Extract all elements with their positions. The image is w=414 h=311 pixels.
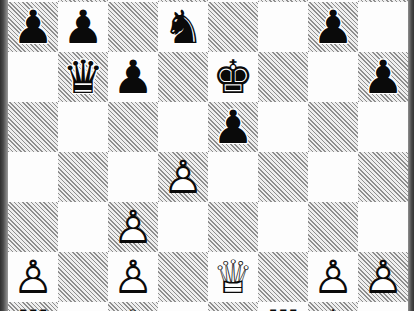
piece-white-pawn: ♟♙ [358,252,408,302]
square-e5: ♟ [208,102,258,152]
white-pawn-icon: ♙ [158,152,208,202]
square-b1 [58,302,108,311]
black-pawn-icon: ♟ [108,52,158,102]
black-pawn-icon: ♟ [308,2,358,52]
square-g4 [308,152,358,202]
square-a5 [8,102,58,152]
square-d6 [158,52,208,102]
square-h4 [358,152,408,202]
square-g1: ♚♔ [308,302,358,311]
piece-white-bishop: ♝♗ [108,302,158,311]
white-bishop-icon: ♗ [108,302,158,311]
piece-white-pawn: ♟♙ [308,252,358,302]
square-b5 [58,102,108,152]
square-e1 [208,302,258,311]
piece-white-queen: ♛♕ [208,252,258,302]
square-b4 [58,152,108,202]
square-b2 [58,252,108,302]
black-pawn-icon: ♟ [208,102,258,152]
piece-black-pawn: ♟ [58,2,108,52]
black-pawn-icon: ♟ [58,2,108,52]
square-d4: ♟♙ [158,152,208,202]
square-d1 [158,302,208,311]
piece-white-pawn: ♟♙ [108,252,158,302]
square-c2: ♟♙ [108,252,158,302]
square-h3 [358,202,408,252]
square-b6: ♛ [58,52,108,102]
square-f5 [258,102,308,152]
square-b7: ♟ [58,2,108,52]
square-h6: ♟ [358,52,408,102]
white-pawn-icon: ♙ [108,202,158,252]
square-a3 [8,202,58,252]
square-c1: ♝♗ [108,302,158,311]
square-h1 [358,302,408,311]
square-f1: ♜♖ [258,302,308,311]
square-e6: ♚ [208,52,258,102]
black-pawn-icon: ♟ [8,2,58,52]
chess-diagram: ♜♝♜♟♟♞♟♛♟♚♟♟♟♙♟♙♟♙♟♙♛♕♟♙♟♙♜♖♝♗♜♖♚♔ [0,0,414,311]
square-c5 [108,102,158,152]
square-h5 [358,102,408,152]
black-queen-icon: ♛ [58,52,108,102]
square-f2 [258,252,308,302]
square-d5 [158,102,208,152]
piece-black-pawn: ♟ [308,2,358,52]
black-knight-icon: ♞ [158,2,208,52]
piece-white-pawn: ♟♙ [158,152,208,202]
square-a4 [8,152,58,202]
piece-white-rook: ♜♖ [258,302,308,311]
square-a6 [8,52,58,102]
square-f3 [258,202,308,252]
square-b3 [58,202,108,252]
board-frame-right [408,0,414,311]
square-h2: ♟♙ [358,252,408,302]
black-pawn-icon: ♟ [358,52,408,102]
white-pawn-icon: ♙ [358,252,408,302]
piece-black-pawn: ♟ [108,52,158,102]
square-c3: ♟♙ [108,202,158,252]
square-e4 [208,152,258,202]
square-g5 [308,102,358,152]
white-rook-icon: ♖ [8,302,58,311]
piece-black-pawn: ♟ [208,102,258,152]
piece-black-pawn: ♟ [8,2,58,52]
square-a7: ♟ [8,2,58,52]
square-c4 [108,152,158,202]
square-e7 [208,2,258,52]
square-h7 [358,2,408,52]
piece-black-king: ♚ [208,52,258,102]
black-king-icon: ♚ [208,52,258,102]
piece-white-pawn: ♟♙ [8,252,58,302]
square-d3 [158,202,208,252]
square-f7 [258,2,308,52]
piece-black-knight: ♞ [158,2,208,52]
square-e3 [208,202,258,252]
board-frame-left [0,0,8,311]
square-d2 [158,252,208,302]
white-pawn-icon: ♙ [308,252,358,302]
square-a2: ♟♙ [8,252,58,302]
square-e2: ♛♕ [208,252,258,302]
white-queen-icon: ♕ [208,252,258,302]
square-g3 [308,202,358,252]
square-c7 [108,2,158,52]
piece-white-rook: ♜♖ [8,302,58,311]
square-d7: ♞ [158,2,208,52]
piece-black-pawn: ♟ [358,52,408,102]
white-king-icon: ♔ [308,302,358,311]
white-pawn-icon: ♙ [8,252,58,302]
square-g6 [308,52,358,102]
white-rook-icon: ♖ [258,302,308,311]
chess-board: ♜♝♜♟♟♞♟♛♟♚♟♟♟♙♟♙♟♙♟♙♛♕♟♙♟♙♜♖♝♗♜♖♚♔ [8,0,408,311]
piece-black-queen: ♛ [58,52,108,102]
square-g2: ♟♙ [308,252,358,302]
piece-white-pawn: ♟♙ [108,202,158,252]
square-a1: ♜♖ [8,302,58,311]
square-f4 [258,152,308,202]
square-c6: ♟ [108,52,158,102]
white-pawn-icon: ♙ [108,252,158,302]
square-g7: ♟ [308,2,358,52]
piece-white-king: ♚♔ [308,302,358,311]
square-f6 [258,52,308,102]
